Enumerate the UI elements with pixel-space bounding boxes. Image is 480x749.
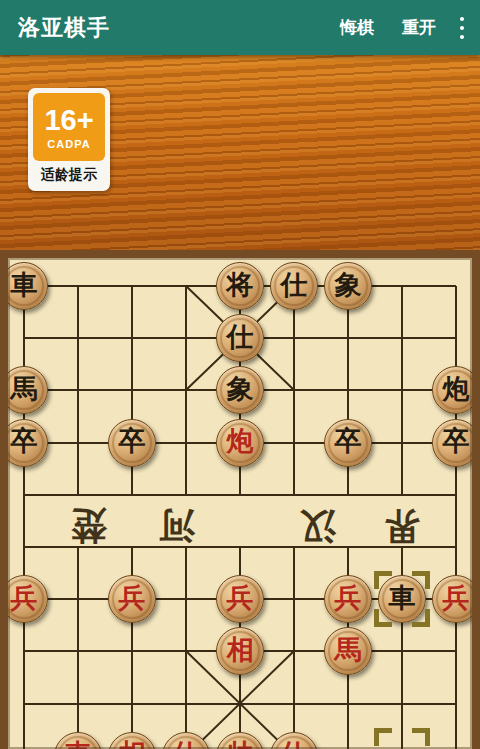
piece-glyph: 車 xyxy=(65,741,92,749)
piece-red-兵[interactable]: 兵 xyxy=(0,575,48,623)
piece-black-卒[interactable]: 卒 xyxy=(108,419,156,467)
piece-glyph: 帅 xyxy=(227,741,254,749)
app-bar: 洛亚棋手 悔棋 重开 xyxy=(0,0,480,55)
piece-glyph: 車 xyxy=(389,585,416,612)
piece-red-兵[interactable]: 兵 xyxy=(324,575,372,623)
piece-glyph: 仕 xyxy=(281,741,308,749)
piece-glyph: 仕 xyxy=(227,324,254,351)
xiangqi-board[interactable]: 楚河 汉界 車将仕象仕馬象炮卒卒炮卒卒兵兵兵兵車兵相馬車相仕帅仕 xyxy=(0,250,480,749)
piece-red-仕[interactable]: 仕 xyxy=(162,732,210,749)
piece-glyph: 馬 xyxy=(11,376,38,403)
piece-glyph: 兵 xyxy=(11,585,38,612)
board-grid[interactable]: 車将仕象仕馬象炮卒卒炮卒卒兵兵兵兵車兵相馬車相仕帅仕 xyxy=(0,260,480,749)
piece-glyph: 象 xyxy=(335,272,362,299)
piece-glyph: 将 xyxy=(227,272,254,299)
piece-glyph: 象 xyxy=(227,376,254,403)
piece-black-炮[interactable]: 炮 xyxy=(432,366,480,414)
piece-black-車[interactable]: 車 xyxy=(0,262,48,310)
piece-glyph: 卒 xyxy=(119,428,146,455)
restart-button[interactable]: 重开 xyxy=(388,6,450,49)
age-rating-value: 16+ xyxy=(44,105,93,135)
piece-glyph: 兵 xyxy=(227,585,254,612)
piece-red-馬[interactable]: 馬 xyxy=(324,627,372,675)
piece-glyph: 炮 xyxy=(443,376,470,403)
piece-red-兵[interactable]: 兵 xyxy=(108,575,156,623)
piece-red-兵[interactable]: 兵 xyxy=(432,575,480,623)
age-rating-org: CADPA xyxy=(47,138,90,150)
piece-black-仕[interactable]: 仕 xyxy=(270,262,318,310)
piece-red-帅[interactable]: 帅 xyxy=(216,732,264,749)
piece-black-将[interactable]: 将 xyxy=(216,262,264,310)
piece-glyph: 兵 xyxy=(443,585,470,612)
piece-black-卒[interactable]: 卒 xyxy=(324,419,372,467)
piece-glyph: 炮 xyxy=(227,428,254,455)
piece-glyph: 兵 xyxy=(119,585,146,612)
piece-glyph: 相 xyxy=(119,741,146,749)
piece-glyph: 卒 xyxy=(443,428,470,455)
selection-bracket xyxy=(374,728,430,749)
piece-black-車[interactable]: 車 xyxy=(378,575,426,623)
piece-glyph: 卒 xyxy=(11,428,38,455)
piece-glyph: 車 xyxy=(11,272,38,299)
kebab-menu-icon[interactable] xyxy=(450,6,480,49)
undo-button[interactable]: 悔棋 xyxy=(326,6,388,49)
piece-glyph: 卒 xyxy=(335,428,362,455)
piece-red-相[interactable]: 相 xyxy=(108,732,156,749)
piece-red-兵[interactable]: 兵 xyxy=(216,575,264,623)
piece-black-仕[interactable]: 仕 xyxy=(216,314,264,362)
piece-black-馬[interactable]: 馬 xyxy=(0,366,48,414)
piece-black-象[interactable]: 象 xyxy=(216,366,264,414)
app-bar-actions: 悔棋 重开 xyxy=(326,6,480,49)
piece-red-炮[interactable]: 炮 xyxy=(216,419,264,467)
piece-glyph: 馬 xyxy=(335,637,362,664)
piece-red-車[interactable]: 車 xyxy=(54,732,102,749)
app-title: 洛亚棋手 xyxy=(18,13,110,43)
age-rating-badge: 16+ CADPA 适龄提示 xyxy=(28,88,110,191)
piece-glyph: 仕 xyxy=(281,272,308,299)
piece-glyph: 仕 xyxy=(173,741,200,749)
piece-glyph: 兵 xyxy=(335,585,362,612)
piece-black-象[interactable]: 象 xyxy=(324,262,372,310)
piece-glyph: 相 xyxy=(227,637,254,664)
age-rating-box: 16+ CADPA xyxy=(33,93,105,161)
piece-black-卒[interactable]: 卒 xyxy=(432,419,480,467)
piece-black-卒[interactable]: 卒 xyxy=(0,419,48,467)
piece-red-相[interactable]: 相 xyxy=(216,627,264,675)
piece-red-仕[interactable]: 仕 xyxy=(270,732,318,749)
age-rating-caption: 适龄提示 xyxy=(41,166,97,184)
